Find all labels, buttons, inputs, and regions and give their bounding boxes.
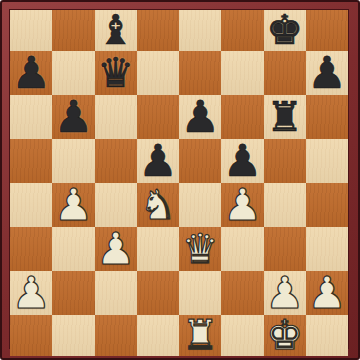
white-pawn-piece[interactable]: ♟: [307, 271, 346, 315]
square-h5[interactable]: [306, 139, 348, 183]
white-pawn-piece[interactable]: ♟: [54, 183, 93, 227]
square-e3[interactable]: ♛: [179, 227, 221, 271]
square-h1[interactable]: [306, 315, 348, 356]
square-f5[interactable]: ♟: [221, 139, 263, 183]
square-e1[interactable]: ♜: [179, 315, 221, 356]
chess-board: ♝♚♟♛♟♟♟♜♟♟♟♞♟♟♛♟♟♟♜♚: [9, 9, 349, 349]
square-d3[interactable]: [137, 227, 179, 271]
white-queen-piece[interactable]: ♛: [182, 229, 219, 270]
square-f8[interactable]: [221, 10, 263, 51]
square-b6[interactable]: ♟: [52, 95, 94, 139]
square-d5[interactable]: ♟: [137, 139, 179, 183]
square-c4[interactable]: [95, 183, 137, 227]
square-d4[interactable]: ♞: [137, 183, 179, 227]
square-f7[interactable]: [221, 51, 263, 95]
square-b7[interactable]: [52, 51, 94, 95]
black-rook-piece[interactable]: ♜: [266, 97, 303, 138]
square-c7[interactable]: ♛: [95, 51, 137, 95]
square-d2[interactable]: [137, 271, 179, 315]
square-c1[interactable]: [95, 315, 137, 356]
square-a4[interactable]: [10, 183, 52, 227]
square-d1[interactable]: [137, 315, 179, 356]
black-queen-piece[interactable]: ♛: [97, 53, 134, 94]
square-c8[interactable]: ♝: [95, 10, 137, 51]
square-d6[interactable]: [137, 95, 179, 139]
square-e4[interactable]: [179, 183, 221, 227]
square-h7[interactable]: ♟: [306, 51, 348, 95]
white-pawn-piece[interactable]: ♟: [96, 227, 135, 271]
board-frame: ♝♚♟♛♟♟♟♜♟♟♟♞♟♟♛♟♟♟♜♚: [0, 0, 360, 360]
black-pawn-piece[interactable]: ♟: [138, 139, 177, 183]
square-g8[interactable]: ♚: [264, 10, 306, 51]
black-pawn-piece[interactable]: ♟: [54, 95, 93, 139]
square-g4[interactable]: [264, 183, 306, 227]
square-a6[interactable]: [10, 95, 52, 139]
square-h3[interactable]: [306, 227, 348, 271]
black-pawn-piece[interactable]: ♟: [11, 51, 50, 95]
square-d7[interactable]: [137, 51, 179, 95]
black-pawn-piece[interactable]: ♟: [307, 51, 346, 95]
square-e8[interactable]: [179, 10, 221, 51]
square-g6[interactable]: ♜: [264, 95, 306, 139]
square-f2[interactable]: [221, 271, 263, 315]
square-f3[interactable]: [221, 227, 263, 271]
black-king-piece[interactable]: ♚: [266, 10, 303, 51]
black-bishop-piece[interactable]: ♝: [97, 10, 134, 51]
square-b1[interactable]: [52, 315, 94, 356]
square-g3[interactable]: [264, 227, 306, 271]
square-c2[interactable]: [95, 271, 137, 315]
square-a3[interactable]: [10, 227, 52, 271]
square-a7[interactable]: ♟: [10, 51, 52, 95]
white-rook-piece[interactable]: ♜: [182, 315, 219, 356]
square-a8[interactable]: [10, 10, 52, 51]
square-g5[interactable]: [264, 139, 306, 183]
square-c3[interactable]: ♟: [95, 227, 137, 271]
square-b5[interactable]: [52, 139, 94, 183]
white-pawn-piece[interactable]: ♟: [223, 183, 262, 227]
white-pawn-piece[interactable]: ♟: [265, 271, 304, 315]
square-b2[interactable]: [52, 271, 94, 315]
white-knight-piece[interactable]: ♞: [139, 185, 176, 226]
square-b4[interactable]: ♟: [52, 183, 94, 227]
square-f1[interactable]: [221, 315, 263, 356]
square-g2[interactable]: ♟: [264, 271, 306, 315]
square-a2[interactable]: ♟: [10, 271, 52, 315]
square-h8[interactable]: [306, 10, 348, 51]
square-g7[interactable]: [264, 51, 306, 95]
black-pawn-piece[interactable]: ♟: [180, 95, 219, 139]
square-f6[interactable]: [221, 95, 263, 139]
square-b8[interactable]: [52, 10, 94, 51]
square-h2[interactable]: ♟: [306, 271, 348, 315]
square-e7[interactable]: [179, 51, 221, 95]
black-pawn-piece[interactable]: ♟: [223, 139, 262, 183]
square-b3[interactable]: [52, 227, 94, 271]
white-pawn-piece[interactable]: ♟: [11, 271, 50, 315]
square-g1[interactable]: ♚: [264, 315, 306, 356]
square-h6[interactable]: [306, 95, 348, 139]
square-e6[interactable]: ♟: [179, 95, 221, 139]
square-e2[interactable]: [179, 271, 221, 315]
square-d8[interactable]: [137, 10, 179, 51]
square-c5[interactable]: [95, 139, 137, 183]
square-e5[interactable]: [179, 139, 221, 183]
square-h4[interactable]: [306, 183, 348, 227]
square-c6[interactable]: [95, 95, 137, 139]
square-f4[interactable]: ♟: [221, 183, 263, 227]
square-a5[interactable]: [10, 139, 52, 183]
chessboard-window: ♝♚♟♛♟♟♟♜♟♟♟♞♟♟♛♟♟♟♜♚: [0, 0, 360, 360]
square-a1[interactable]: [10, 315, 52, 356]
white-king-piece[interactable]: ♚: [266, 315, 303, 356]
